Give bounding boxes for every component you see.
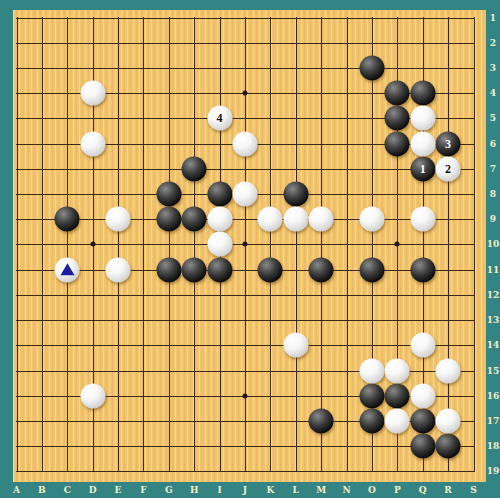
black-stone[interactable] [207, 182, 232, 207]
rank-label: 18 [487, 441, 500, 451]
black-stone[interactable]: 1 [410, 156, 435, 181]
star-point [90, 242, 95, 247]
black-stone[interactable] [258, 257, 283, 282]
black-stone[interactable] [156, 182, 181, 207]
grid-line [448, 17, 449, 472]
go-game-view: 3142 ABCDEFGHIJKLMNOPQRS1234567891011121… [0, 0, 500, 498]
move-number-label: 2 [436, 156, 461, 181]
white-stone[interactable] [258, 207, 283, 232]
rank-label: 12 [487, 290, 500, 300]
white-stone[interactable] [436, 409, 461, 434]
file-label: M [316, 485, 326, 495]
black-stone[interactable] [156, 257, 181, 282]
file-label: P [394, 485, 401, 495]
black-stone[interactable] [410, 81, 435, 106]
rank-label: 9 [490, 214, 496, 224]
black-stone[interactable] [309, 409, 334, 434]
rank-label: 6 [490, 139, 496, 149]
move-number-label: 1 [410, 156, 435, 181]
black-stone[interactable] [359, 257, 384, 282]
star-point [243, 91, 248, 96]
black-stone[interactable] [436, 434, 461, 459]
grid-line [194, 17, 195, 472]
move-number-label: 3 [436, 131, 461, 156]
file-label: C [64, 485, 71, 495]
black-stone[interactable] [410, 409, 435, 434]
move-number-label: 4 [207, 106, 232, 131]
rank-label: 17 [487, 416, 500, 426]
white-stone[interactable] [385, 409, 410, 434]
grid-line [474, 17, 475, 472]
file-label: K [266, 485, 274, 495]
black-stone[interactable] [182, 156, 207, 181]
white-stone[interactable] [80, 131, 105, 156]
grid-line [296, 17, 297, 472]
grid-line [42, 17, 43, 472]
file-label: G [165, 485, 173, 495]
white-stone[interactable] [385, 358, 410, 383]
white-stone[interactable]: 4 [207, 106, 232, 131]
black-stone[interactable] [359, 409, 384, 434]
file-label: H [190, 485, 199, 495]
black-stone[interactable] [385, 81, 410, 106]
file-label: Q [419, 485, 427, 495]
white-stone[interactable] [359, 358, 384, 383]
black-stone[interactable] [359, 55, 384, 80]
grid-line [67, 17, 68, 472]
white-stone[interactable] [55, 257, 80, 282]
black-stone[interactable] [410, 434, 435, 459]
file-label: O [368, 485, 376, 495]
grid-line [270, 17, 271, 472]
black-stone[interactable] [156, 207, 181, 232]
grid-line [17, 17, 18, 472]
black-stone[interactable] [359, 383, 384, 408]
rank-label: 13 [487, 315, 500, 325]
black-stone[interactable] [410, 257, 435, 282]
file-label: J [243, 485, 247, 495]
file-label: S [470, 485, 477, 495]
black-stone[interactable] [182, 207, 207, 232]
rank-label: 8 [490, 189, 496, 199]
rank-label: 15 [487, 366, 500, 376]
white-stone[interactable] [283, 333, 308, 358]
file-label: A [13, 485, 20, 495]
rank-label: 10 [487, 239, 500, 249]
white-stone[interactable] [410, 106, 435, 131]
file-label: I [218, 485, 222, 495]
black-stone[interactable] [385, 383, 410, 408]
white-stone[interactable]: 2 [436, 156, 461, 181]
rank-label: 16 [487, 391, 500, 401]
white-stone[interactable] [233, 182, 258, 207]
black-stone[interactable] [182, 257, 207, 282]
file-label: E [115, 485, 122, 495]
white-stone[interactable] [359, 207, 384, 232]
file-label: R [444, 485, 451, 495]
file-label: N [342, 485, 350, 495]
white-stone[interactable] [233, 131, 258, 156]
file-label: B [38, 485, 46, 495]
rank-label: 11 [487, 265, 500, 275]
grid-line [143, 17, 144, 472]
rank-label: 5 [490, 113, 496, 123]
black-stone[interactable] [283, 182, 308, 207]
star-point [395, 242, 400, 247]
black-stone[interactable] [385, 131, 410, 156]
file-label: L [293, 485, 299, 495]
grid-line [347, 17, 348, 472]
black-stone[interactable] [385, 106, 410, 131]
black-stone[interactable] [309, 257, 334, 282]
triangle-marker [60, 263, 74, 275]
white-stone[interactable] [410, 207, 435, 232]
black-stone[interactable] [207, 257, 232, 282]
white-stone[interactable] [410, 383, 435, 408]
black-stone[interactable]: 3 [436, 131, 461, 156]
rank-label: 2 [490, 38, 496, 48]
rank-label: 19 [487, 466, 500, 476]
white-stone[interactable] [410, 333, 435, 358]
rank-label: 14 [487, 340, 500, 350]
grid-line [321, 17, 322, 472]
star-point [243, 242, 248, 247]
black-stone[interactable] [55, 207, 80, 232]
white-stone[interactable] [207, 207, 232, 232]
white-stone[interactable] [309, 207, 334, 232]
white-stone[interactable] [410, 131, 435, 156]
rank-label: 7 [490, 164, 496, 174]
go-board[interactable]: 3142 [13, 10, 486, 482]
grid-line [169, 17, 170, 472]
white-stone[interactable] [106, 207, 131, 232]
grid-line [118, 17, 119, 472]
white-stone[interactable] [106, 257, 131, 282]
white-stone[interactable] [80, 81, 105, 106]
white-stone[interactable] [80, 383, 105, 408]
file-label: F [140, 485, 146, 495]
rank-label: 3 [490, 63, 496, 73]
file-label: D [89, 485, 97, 495]
rank-label: 4 [490, 88, 496, 98]
white-stone[interactable] [207, 232, 232, 257]
white-stone[interactable] [436, 358, 461, 383]
white-stone[interactable] [283, 207, 308, 232]
star-point [243, 393, 248, 398]
rank-label: 1 [490, 13, 496, 23]
